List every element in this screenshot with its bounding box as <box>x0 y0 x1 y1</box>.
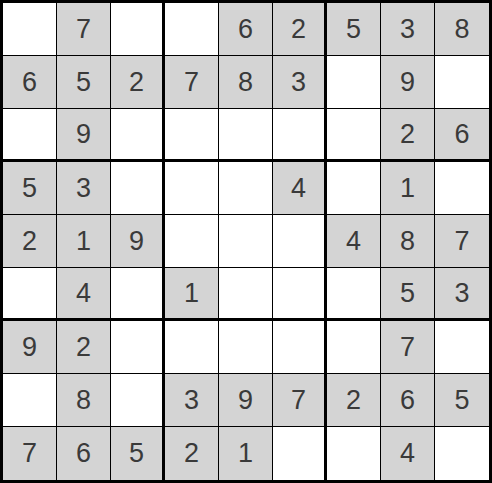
cell-r4c2: 3 <box>57 162 111 215</box>
cell-r6c2: 4 <box>57 268 111 321</box>
cell-r1c6: 2 <box>273 3 327 56</box>
cell-r3c1[interactable] <box>3 109 57 162</box>
cell-r4c5[interactable] <box>219 162 273 215</box>
cell-r4c6: 4 <box>273 162 327 215</box>
given-digit: 7 <box>291 387 306 414</box>
cell-r7c8: 7 <box>381 321 435 374</box>
given-digit: 7 <box>76 16 91 43</box>
cell-r1c4[interactable] <box>165 3 219 56</box>
cell-r4c8: 1 <box>381 162 435 215</box>
given-digit: 4 <box>400 440 415 467</box>
cell-r1c2: 7 <box>57 3 111 56</box>
cell-r5c5[interactable] <box>219 215 273 268</box>
given-digit: 5 <box>454 387 469 414</box>
cell-r3c9: 6 <box>435 109 489 162</box>
given-digit: 5 <box>400 280 415 307</box>
cell-r9c6[interactable] <box>273 427 327 480</box>
given-digit: 2 <box>346 387 361 414</box>
given-digit: 3 <box>76 175 91 202</box>
given-digit: 8 <box>454 16 469 43</box>
cell-r3c4[interactable] <box>165 109 219 162</box>
given-digit: 6 <box>238 16 253 43</box>
cell-r9c7[interactable] <box>327 427 381 480</box>
given-digit: 9 <box>22 334 37 361</box>
cell-r8c1[interactable] <box>3 374 57 427</box>
cell-r8c6: 7 <box>273 374 327 427</box>
cell-r9c9[interactable] <box>435 427 489 480</box>
given-digit: 3 <box>454 280 469 307</box>
cell-r1c3[interactable] <box>111 3 165 56</box>
cell-r7c6[interactable] <box>273 321 327 374</box>
cell-r6c4: 1 <box>165 268 219 321</box>
given-digit: 4 <box>346 228 361 255</box>
given-digit: 2 <box>291 16 306 43</box>
sudoku-app: 7625386527839926534121948741539278397265… <box>0 0 492 483</box>
given-digit: 2 <box>400 121 415 148</box>
cell-r6c6[interactable] <box>273 268 327 321</box>
cell-r1c1[interactable] <box>3 3 57 56</box>
cell-r5c2: 1 <box>57 215 111 268</box>
cell-r8c8: 6 <box>381 374 435 427</box>
given-digit: 6 <box>454 121 469 148</box>
given-digit: 9 <box>129 228 144 255</box>
given-digit: 2 <box>76 334 91 361</box>
cell-r8c3[interactable] <box>111 374 165 427</box>
given-digit: 7 <box>400 334 415 361</box>
cell-r3c3[interactable] <box>111 109 165 162</box>
cell-r7c3[interactable] <box>111 321 165 374</box>
cell-r9c5: 1 <box>219 427 273 480</box>
cell-r2c9[interactable] <box>435 56 489 109</box>
cell-r8c7: 2 <box>327 374 381 427</box>
given-digit: 2 <box>184 440 199 467</box>
cell-r8c5: 9 <box>219 374 273 427</box>
given-digit: 9 <box>238 387 253 414</box>
cell-r3c7[interactable] <box>327 109 381 162</box>
cell-r5c7: 4 <box>327 215 381 268</box>
given-digit: 9 <box>76 121 91 148</box>
cell-r1c5: 6 <box>219 3 273 56</box>
cell-r7c7[interactable] <box>327 321 381 374</box>
cell-r2c5: 8 <box>219 56 273 109</box>
cell-r9c4: 2 <box>165 427 219 480</box>
cell-r5c1: 2 <box>3 215 57 268</box>
given-digit: 1 <box>184 280 199 307</box>
cell-r2c3: 2 <box>111 56 165 109</box>
given-digit: 1 <box>400 175 415 202</box>
cell-r4c4[interactable] <box>165 162 219 215</box>
cell-r2c4: 7 <box>165 56 219 109</box>
given-digit: 4 <box>76 280 91 307</box>
cell-r8c4: 3 <box>165 374 219 427</box>
given-digit: 4 <box>291 175 306 202</box>
cell-r7c5[interactable] <box>219 321 273 374</box>
cell-r3c6[interactable] <box>273 109 327 162</box>
cell-r2c2: 5 <box>57 56 111 109</box>
cell-r6c7[interactable] <box>327 268 381 321</box>
cell-r4c1: 5 <box>3 162 57 215</box>
given-digit: 5 <box>76 69 91 96</box>
given-digit: 3 <box>291 69 306 96</box>
cell-r2c7[interactable] <box>327 56 381 109</box>
cell-r2c1: 6 <box>3 56 57 109</box>
cell-r6c8: 5 <box>381 268 435 321</box>
cell-r5c8: 8 <box>381 215 435 268</box>
given-digit: 1 <box>76 228 91 255</box>
given-digit: 6 <box>76 440 91 467</box>
cell-r6c3[interactable] <box>111 268 165 321</box>
cell-r2c8: 9 <box>381 56 435 109</box>
cell-r4c3[interactable] <box>111 162 165 215</box>
given-digit: 7 <box>22 440 37 467</box>
given-digit: 7 <box>454 228 469 255</box>
cell-r5c6[interactable] <box>273 215 327 268</box>
given-digit: 9 <box>400 69 415 96</box>
given-digit: 5 <box>22 175 37 202</box>
given-digit: 8 <box>76 387 91 414</box>
cell-r9c1: 7 <box>3 427 57 480</box>
cell-r6c1[interactable] <box>3 268 57 321</box>
cell-r7c2: 2 <box>57 321 111 374</box>
given-digit: 1 <box>238 440 253 467</box>
cell-r6c9: 3 <box>435 268 489 321</box>
given-digit: 7 <box>184 69 199 96</box>
cell-r4c7[interactable] <box>327 162 381 215</box>
cell-r7c4[interactable] <box>165 321 219 374</box>
given-digit: 8 <box>400 228 415 255</box>
cell-r9c3: 5 <box>111 427 165 480</box>
sudoku-board: 7625386527839926534121948741539278397265… <box>0 0 492 483</box>
given-digit: 6 <box>400 387 415 414</box>
cell-r6c5[interactable] <box>219 268 273 321</box>
cell-r1c8: 3 <box>381 3 435 56</box>
given-digit: 5 <box>346 16 361 43</box>
given-digit: 2 <box>129 69 144 96</box>
cell-r5c4[interactable] <box>165 215 219 268</box>
given-digit: 2 <box>22 228 37 255</box>
given-digit: 5 <box>129 440 144 467</box>
given-digit: 3 <box>400 16 415 43</box>
cell-r7c9[interactable] <box>435 321 489 374</box>
cell-r8c9: 5 <box>435 374 489 427</box>
cell-r5c9: 7 <box>435 215 489 268</box>
cell-r3c5[interactable] <box>219 109 273 162</box>
cell-r8c2: 8 <box>57 374 111 427</box>
cell-r3c8: 2 <box>381 109 435 162</box>
cell-r4c9[interactable] <box>435 162 489 215</box>
given-digit: 6 <box>22 69 37 96</box>
cell-r9c2: 6 <box>57 427 111 480</box>
cell-r1c7: 5 <box>327 3 381 56</box>
given-digit: 8 <box>238 69 253 96</box>
cell-r7c1: 9 <box>3 321 57 374</box>
cell-r1c9: 8 <box>435 3 489 56</box>
cell-r2c6: 3 <box>273 56 327 109</box>
cell-r9c8: 4 <box>381 427 435 480</box>
cell-r5c3: 9 <box>111 215 165 268</box>
given-digit: 3 <box>184 387 199 414</box>
cell-r3c2: 9 <box>57 109 111 162</box>
